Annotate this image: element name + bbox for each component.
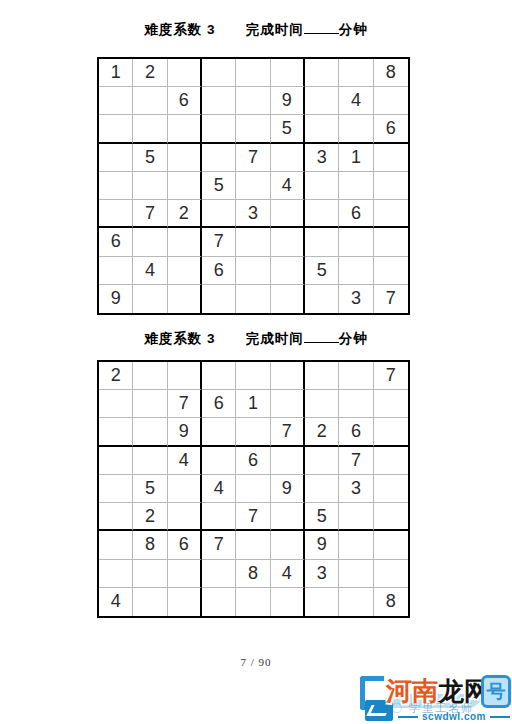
sudoku-cell-given: 4 [339, 87, 373, 115]
sudoku-cell-empty [305, 285, 339, 313]
sudoku-cell-given: 5 [305, 503, 339, 531]
sudoku-cell-empty [202, 144, 236, 172]
sudoku-cell-empty [99, 418, 133, 446]
sudoku-cell-given: 7 [236, 503, 270, 531]
sudoku-cell-empty [133, 588, 167, 616]
sudoku-cell-empty [168, 172, 202, 200]
sudoku-cell-given: 5 [202, 172, 236, 200]
sudoku-cell-given: 6 [202, 257, 236, 285]
page-number: 7 / 90 [0, 656, 512, 668]
completion-time-label: 完成时间 [246, 331, 304, 346]
sudoku-cell-empty [168, 228, 202, 256]
sudoku-cell-empty [305, 172, 339, 200]
sudoku-cell-given: 9 [99, 285, 133, 313]
sudoku-cell-given: 9 [168, 418, 202, 446]
sudoku-cell-empty [236, 531, 270, 559]
sudoku-cell-empty [168, 588, 202, 616]
sudoku-cell-empty [236, 475, 270, 503]
sudoku-cell-empty [236, 115, 270, 143]
difficulty-label: 难度系数 3 [144, 22, 215, 37]
sudoku-cell-given: 2 [305, 418, 339, 446]
sudoku-cell-empty [305, 390, 339, 418]
sudoku-cell-empty [99, 390, 133, 418]
sudoku-cell-empty [271, 390, 305, 418]
dash-line [398, 716, 418, 718]
sudoku-cell-empty [339, 172, 373, 200]
sudoku-cell-empty [202, 503, 236, 531]
sudoku-cell-empty [271, 59, 305, 87]
sudoku-cell-given: 2 [168, 200, 202, 228]
sudoku-cell-empty [99, 503, 133, 531]
sudoku-cell-given: 8 [374, 59, 408, 87]
sudoku-cell-empty [168, 144, 202, 172]
sudoku-cell-empty [374, 172, 408, 200]
dash-line [490, 716, 510, 718]
sudoku-cell-given: 4 [202, 475, 236, 503]
puzzle-2-heading: 难度系数 3完成时间分钟 [0, 330, 512, 348]
sudoku-cell-empty [133, 390, 167, 418]
sudoku-cell-empty [133, 418, 167, 446]
watermark-url: scwdwl.com [422, 711, 486, 722]
sudoku-cell-empty [168, 59, 202, 87]
sudoku-cell-empty [202, 588, 236, 616]
watermark: 河南龙网 号 宗〇 学里工名师 scwdwl.com [360, 668, 512, 724]
sudoku-cell-given: 4 [271, 560, 305, 588]
sudoku-cell-given: 1 [236, 390, 270, 418]
sudoku-cell-given: 8 [374, 588, 408, 616]
sudoku-cell-given: 3 [339, 475, 373, 503]
sudoku-cell-given: 7 [202, 228, 236, 256]
sudoku-cell-empty [305, 475, 339, 503]
sudoku-cell-given: 1 [99, 59, 133, 87]
sudoku-cell-empty [339, 588, 373, 616]
sudoku-cell-empty [374, 475, 408, 503]
sudoku-cell-empty [168, 475, 202, 503]
sudoku-cell-empty [236, 362, 270, 390]
sudoku-cell-empty [305, 588, 339, 616]
minutes-label: 分钟 [339, 22, 368, 37]
sudoku-cell-empty [236, 418, 270, 446]
sudoku-cell-empty [236, 87, 270, 115]
sudoku-cell-empty [339, 560, 373, 588]
sudoku-cell-empty [168, 503, 202, 531]
sudoku-cell-empty [271, 588, 305, 616]
sudoku-cell-empty [339, 59, 373, 87]
sudoku-cell-given: 6 [168, 87, 202, 115]
sudoku-cell-given: 5 [305, 257, 339, 285]
sudoku-cell-empty [305, 228, 339, 256]
sudoku-cell-given: 7 [374, 362, 408, 390]
sudoku-cell-empty [133, 447, 167, 475]
sudoku-cell-given: 8 [236, 560, 270, 588]
sudoku-cell-given: 6 [374, 115, 408, 143]
sudoku-cell-empty [305, 362, 339, 390]
sudoku-cell-empty [271, 531, 305, 559]
sudoku-cell-empty [202, 418, 236, 446]
minutes-label: 分钟 [339, 331, 368, 346]
sudoku-cell-empty [202, 115, 236, 143]
sudoku-cell-empty [99, 475, 133, 503]
sudoku-cell-empty [236, 59, 270, 87]
time-blank-line [304, 21, 339, 34]
sudoku-cell-given: 7 [339, 447, 373, 475]
sudoku-cell-given: 5 [133, 144, 167, 172]
sudoku-cell-given: 5 [133, 475, 167, 503]
sudoku-cell-given: 6 [202, 390, 236, 418]
sudoku-cell-empty [99, 115, 133, 143]
sudoku-cell-empty [99, 531, 133, 559]
sudoku-cell-empty [271, 503, 305, 531]
sudoku-cell-empty [202, 200, 236, 228]
sudoku-cell-empty [305, 87, 339, 115]
sudoku-cell-empty [305, 447, 339, 475]
sudoku-cell-empty [133, 285, 167, 313]
sudoku-cell-empty [133, 560, 167, 588]
sudoku-cell-empty [168, 560, 202, 588]
sudoku-cell-given: 2 [133, 59, 167, 87]
sudoku-cell-empty [202, 87, 236, 115]
sudoku-cell-empty [374, 418, 408, 446]
sudoku-cell-given: 4 [271, 172, 305, 200]
sudoku-cell-empty [339, 390, 373, 418]
sudoku-cell-empty [339, 531, 373, 559]
sudoku-cell-given: 6 [168, 531, 202, 559]
sudoku-cell-empty [99, 144, 133, 172]
sudoku-cell-empty [202, 285, 236, 313]
sudoku-cell-empty [236, 588, 270, 616]
sudoku-cell-given: 6 [99, 228, 133, 256]
sudoku-cell-given: 7 [374, 285, 408, 313]
sudoku-cell-given: 2 [99, 362, 133, 390]
sudoku-cell-empty [339, 362, 373, 390]
sudoku-cell-empty [133, 362, 167, 390]
sudoku-worksheet-page: { "game": "sudoku", "puzzles": [ { "head… [0, 0, 512, 724]
sudoku-cell-empty [374, 503, 408, 531]
sudoku-cell-empty [99, 172, 133, 200]
sudoku-board-1: 12869456573154723667465937 [97, 57, 410, 315]
sudoku-cell-empty [374, 200, 408, 228]
sudoku-cell-empty [236, 285, 270, 313]
sudoku-cell-given: 7 [133, 200, 167, 228]
sudoku-cell-empty [339, 257, 373, 285]
sudoku-cell-given: 5 [271, 115, 305, 143]
sudoku-cell-empty [133, 172, 167, 200]
sudoku-cell-empty [99, 257, 133, 285]
sudoku-cell-empty [133, 115, 167, 143]
sudoku-cell-given: 9 [271, 475, 305, 503]
sudoku-cell-empty [99, 200, 133, 228]
sudoku-cell-empty [168, 362, 202, 390]
sudoku-cell-empty [99, 447, 133, 475]
sudoku-cell-empty [271, 200, 305, 228]
sudoku-cell-given: 2 [133, 503, 167, 531]
sudoku-cell-empty [271, 257, 305, 285]
sudoku-cell-given: 7 [236, 144, 270, 172]
sudoku-cell-empty [374, 87, 408, 115]
sudoku-cell-given: 7 [202, 531, 236, 559]
sudoku-cell-given: 3 [305, 560, 339, 588]
sudoku-cell-empty [374, 228, 408, 256]
sudoku-board-2: 2776197264675493275867984348 [97, 360, 410, 618]
sudoku-cell-given: 4 [133, 257, 167, 285]
watermark-url-row: scwdwl.com [396, 711, 512, 722]
sudoku-cell-empty [305, 59, 339, 87]
sudoku-cell-empty [271, 144, 305, 172]
sudoku-cell-empty [374, 144, 408, 172]
sudoku-cell-empty [271, 228, 305, 256]
sudoku-cell-empty [168, 257, 202, 285]
sudoku-cell-given: 6 [339, 418, 373, 446]
sudoku-cell-empty [305, 115, 339, 143]
sudoku-cell-given: 3 [236, 200, 270, 228]
sudoku-cell-given: 7 [168, 390, 202, 418]
sudoku-cell-empty [271, 285, 305, 313]
sudoku-cell-empty [168, 285, 202, 313]
completion-time-label: 完成时间 [246, 22, 304, 37]
sudoku-cell-empty [271, 447, 305, 475]
sudoku-cell-empty [202, 59, 236, 87]
sudoku-cell-empty [202, 560, 236, 588]
sudoku-cell-given: 6 [339, 200, 373, 228]
sudoku-cell-empty [339, 115, 373, 143]
sudoku-cell-given: 1 [339, 144, 373, 172]
puzzle-1-heading: 难度系数 3完成时间分钟 [0, 21, 512, 39]
sudoku-cell-empty [168, 115, 202, 143]
sudoku-cell-empty [374, 390, 408, 418]
sudoku-cell-empty [339, 228, 373, 256]
sudoku-cell-empty [374, 560, 408, 588]
sudoku-cell-given: 3 [339, 285, 373, 313]
sudoku-cell-empty [202, 362, 236, 390]
sudoku-cell-given: 4 [99, 588, 133, 616]
sudoku-cell-empty [99, 87, 133, 115]
sudoku-cell-empty [236, 228, 270, 256]
time-blank-line [304, 330, 339, 343]
sudoku-cell-empty [339, 503, 373, 531]
sudoku-cell-empty [374, 257, 408, 285]
sudoku-cell-empty [374, 447, 408, 475]
difficulty-label: 难度系数 3 [144, 331, 215, 346]
sudoku-cell-empty [133, 87, 167, 115]
sudoku-cell-empty [305, 200, 339, 228]
sudoku-cell-given: 4 [168, 447, 202, 475]
sudoku-cell-empty [133, 228, 167, 256]
sudoku-cell-empty [236, 257, 270, 285]
sudoku-cell-empty [236, 172, 270, 200]
sudoku-cell-given: 7 [271, 418, 305, 446]
sudoku-cell-given: 8 [133, 531, 167, 559]
sudoku-cell-empty [99, 560, 133, 588]
sudoku-cell-empty [374, 531, 408, 559]
sudoku-cell-given: 9 [271, 87, 305, 115]
sudoku-cell-given: 3 [305, 144, 339, 172]
sudoku-cell-given: 6 [236, 447, 270, 475]
sudoku-cell-empty [271, 362, 305, 390]
sudoku-cell-empty [202, 447, 236, 475]
sudoku-cell-given: 9 [305, 531, 339, 559]
